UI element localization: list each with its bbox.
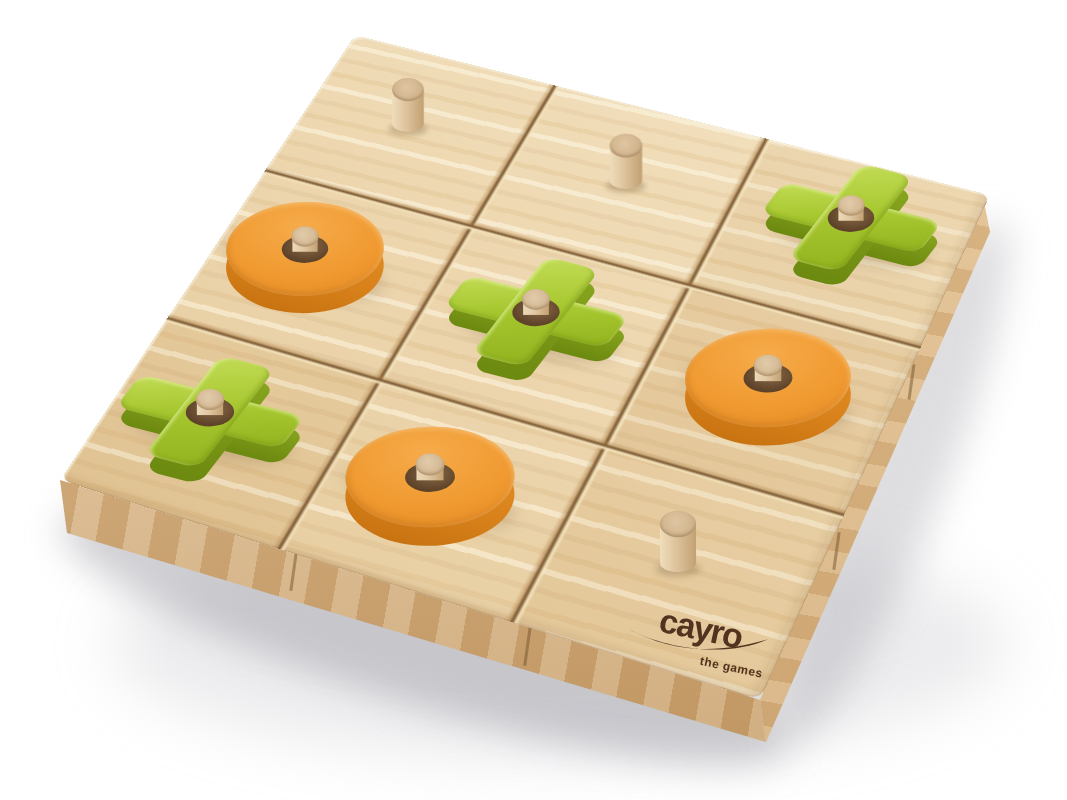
center-peg-top (415, 454, 444, 476)
peg-top-face (610, 134, 642, 158)
center-peg-top (754, 355, 783, 376)
center-peg-top (522, 289, 550, 310)
center-peg-top (291, 226, 318, 246)
center-peg-top (196, 389, 224, 410)
center-peg-top (837, 195, 864, 215)
peg-top-face (660, 511, 696, 538)
peg-top-face (392, 78, 424, 101)
product-photo-scene: cayro the games (0, 0, 1067, 800)
